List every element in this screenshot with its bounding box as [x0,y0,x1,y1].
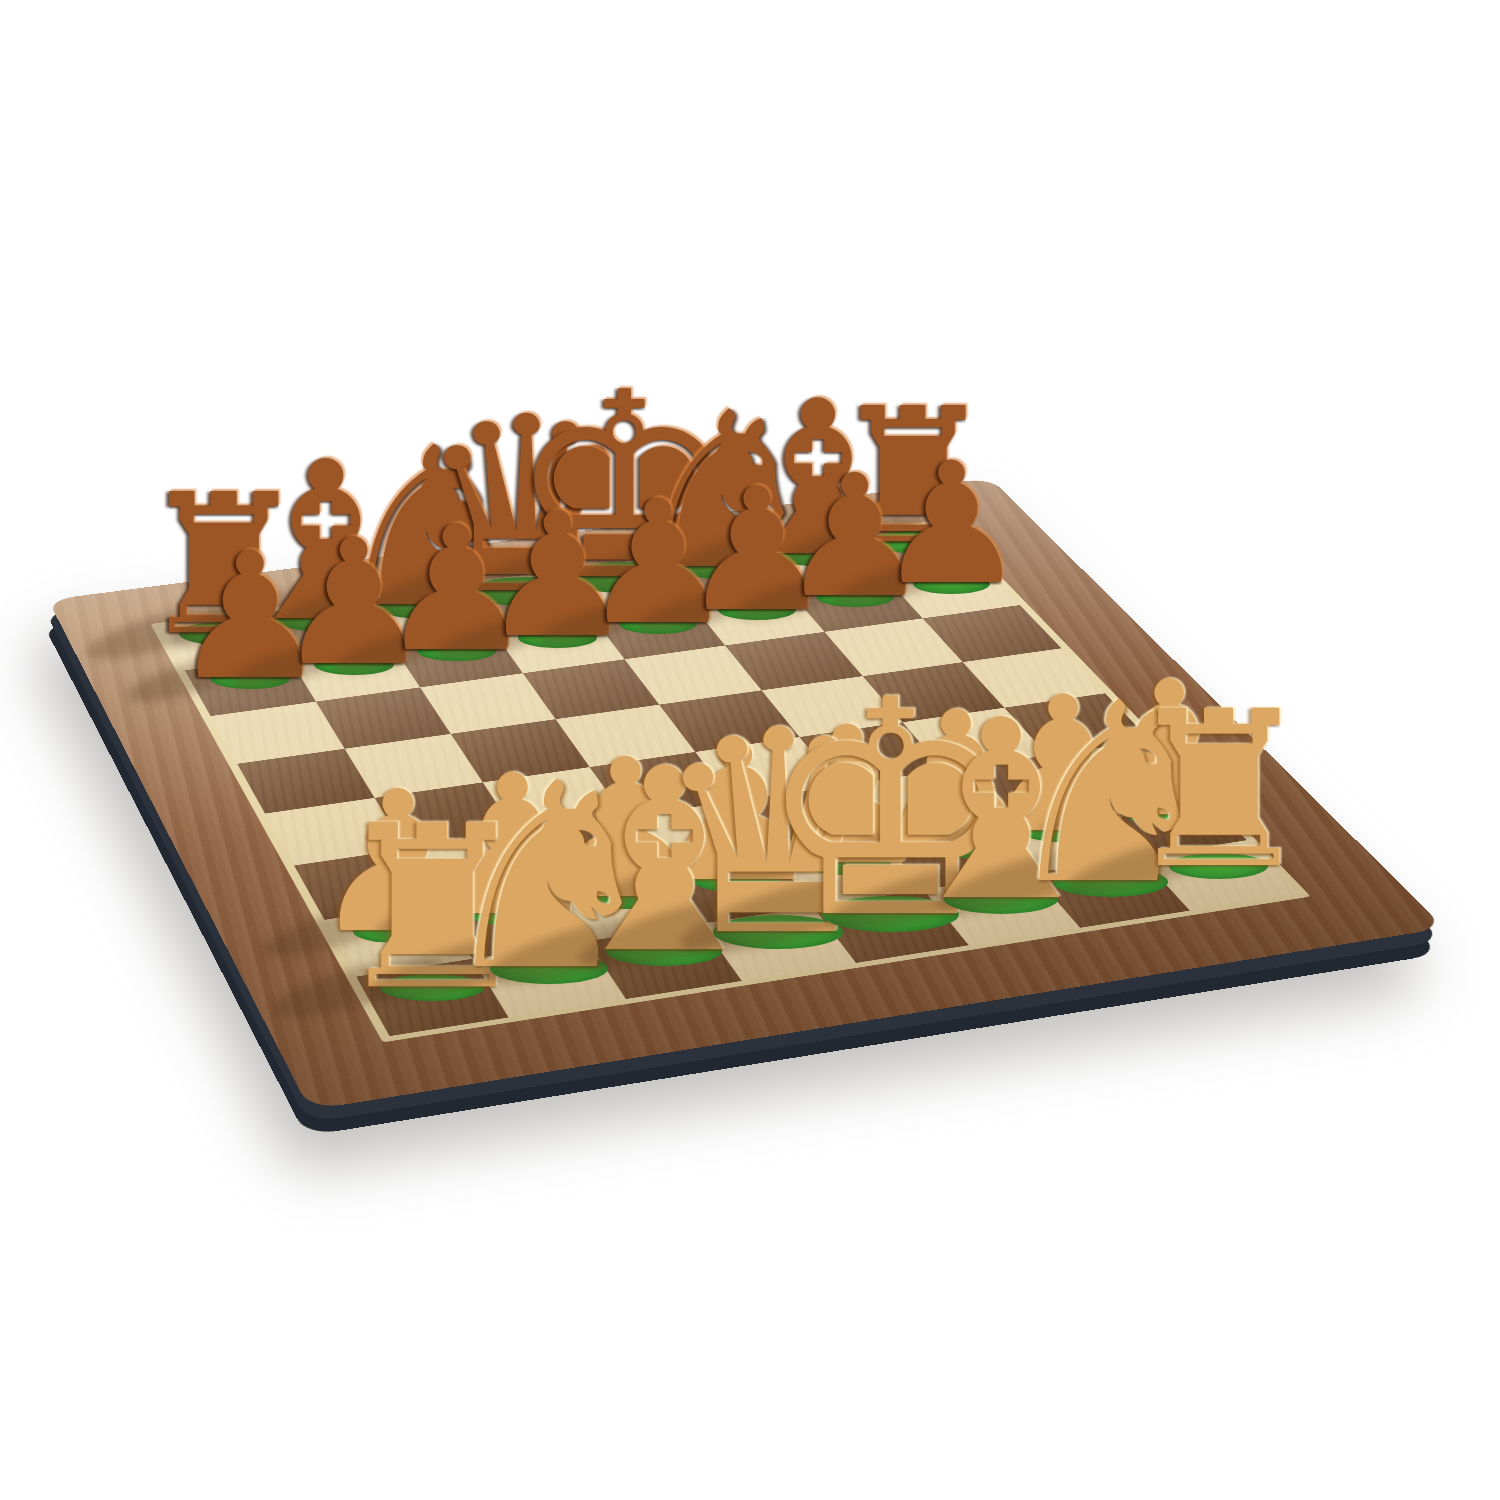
black-pawn-glyph: ♟ [868,441,1036,609]
photo-scene: ♜♝♞♛♚♞♝♜♟♟♟♟♟♟♟♟♟♟♟♟♟♟♟♟♜♞♝♛♚♝♞♜ [0,0,1500,1500]
white-rook-glyph: ♜ [1111,683,1326,898]
